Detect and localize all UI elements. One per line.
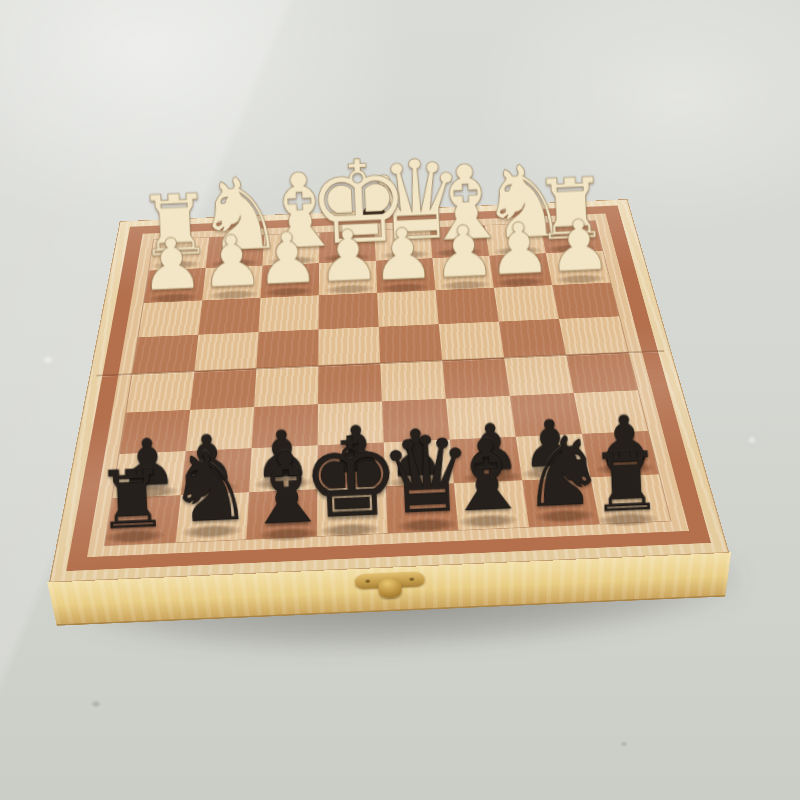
scene: ♜♞♝♚♛♝♞♜♟♟♟♟♟♟♟♟♟♟♟♟♟♟♟♟♜♞♝♚♛♝♞♜	[74, 0, 687, 772]
latch-knob	[378, 577, 402, 598]
piece-black-rook[interactable]: ♜	[85, 458, 179, 542]
chess-board-box-top: ♜♞♝♚♛♝♞♜♟♟♟♟♟♟♟♟♟♟♟♟♟♟♟♟♜♞♝♚♛♝♞♜	[49, 199, 729, 582]
pieces-layer: ♜♞♝♚♛♝♞♜♟♟♟♟♟♟♟♟♟♟♟♟♟♟♟♟♜♞♝♚♛♝♞♜	[50, 200, 728, 582]
piece-white-pawn[interactable]: ♟	[425, 215, 503, 289]
piece-black-bishop[interactable]: ♝	[239, 437, 334, 539]
latch-screw-left	[365, 579, 370, 583]
piece-white-pawn[interactable]: ♟	[133, 228, 211, 302]
front-latch[interactable]	[352, 571, 427, 604]
piece-black-rook[interactable]: ♜	[579, 441, 674, 525]
latch-screw-right	[409, 578, 414, 582]
